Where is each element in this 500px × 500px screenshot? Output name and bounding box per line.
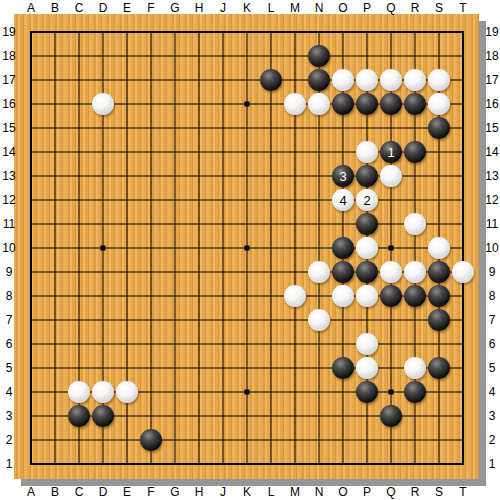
coordinate-bottom-C: C [69,485,89,499]
go-app-screen: AABBCCDDEEFFGGHHJJKKLLMMNNOOPPQQRRSSTT19… [0,0,500,500]
coordinate-left-8: 8 [0,289,18,303]
stone-black-N17[interactable] [308,69,330,91]
coordinate-right-11: 11 [483,217,500,231]
stone-black-O9[interactable] [332,261,354,283]
coordinate-top-M: M [285,1,305,15]
stone-black-Q16[interactable] [380,93,402,115]
coordinate-bottom-H: H [189,485,209,499]
coordinate-top-K: K [237,1,257,15]
coordinate-bottom-G: G [165,485,185,499]
stone-black-C3[interactable] [68,405,90,427]
coordinate-left-1: 1 [0,457,18,471]
stone-white-C4[interactable] [68,381,90,403]
stone-black-S5[interactable] [428,357,450,379]
stone-black-R16[interactable] [404,93,426,115]
stone-white-D4[interactable] [92,381,114,403]
stone-black-F2[interactable] [140,429,162,451]
coordinate-left-5: 5 [0,361,18,375]
coordinate-bottom-L: L [261,485,281,499]
coordinate-left-12: 12 [0,193,18,207]
coordinate-right-5: 5 [483,361,500,375]
coordinate-top-C: C [69,1,89,15]
coordinate-bottom-N: N [309,485,329,499]
coordinate-top-O: O [333,1,353,15]
stone-black-R8[interactable] [404,285,426,307]
stone-black-O13[interactable]: 3 [332,165,354,187]
stone-black-R14[interactable] [404,141,426,163]
coordinate-right-4: 4 [483,385,500,399]
stone-black-O5[interactable] [332,357,354,379]
coordinate-top-H: H [189,1,209,15]
stone-black-Q3[interactable] [380,405,402,427]
coordinate-top-L: L [261,1,281,15]
coordinate-left-16: 16 [0,97,18,111]
stone-white-M16[interactable] [284,93,306,115]
coordinate-right-1: 1 [483,457,500,471]
coordinate-top-T: T [453,1,473,15]
coordinate-bottom-J: J [213,485,233,499]
move-number-2: 2 [363,194,370,207]
coordinate-top-N: N [309,1,329,15]
coordinate-bottom-E: E [117,485,137,499]
stone-white-S17[interactable] [428,69,450,91]
coordinate-top-A: A [21,1,41,15]
coordinate-top-B: B [45,1,65,15]
stone-white-N16[interactable] [308,93,330,115]
stone-white-R5[interactable] [404,357,426,379]
coordinate-left-14: 14 [0,145,18,159]
coordinate-left-2: 2 [0,433,18,447]
move-number-4: 4 [339,194,346,207]
coordinate-top-D: D [93,1,113,15]
coordinate-right-8: 8 [483,289,500,303]
coordinate-left-6: 6 [0,337,18,351]
coordinate-bottom-A: A [21,485,41,499]
coordinate-left-10: 10 [0,241,18,255]
coordinate-bottom-B: B [45,485,65,499]
stone-black-P9[interactable] [356,261,378,283]
stone-white-O12[interactable]: 4 [332,189,354,211]
coordinate-left-15: 15 [0,121,18,135]
move-number-1: 1 [387,146,394,159]
coordinate-bottom-Q: Q [381,485,401,499]
stone-white-M8[interactable] [284,285,306,307]
stone-white-P5[interactable] [356,357,378,379]
coordinate-right-13: 13 [483,169,500,183]
stone-black-Q14[interactable]: 1 [380,141,402,163]
stone-black-S15[interactable] [428,117,450,139]
stone-black-S9[interactable] [428,261,450,283]
coordinate-bottom-P: P [357,485,377,499]
stone-black-N18[interactable] [308,45,330,67]
coordinate-right-12: 12 [483,193,500,207]
coordinate-right-19: 19 [483,25,500,39]
coordinate-left-7: 7 [0,313,18,327]
coordinate-left-11: 11 [0,217,18,231]
stone-white-R17[interactable] [404,69,426,91]
coordinate-right-6: 6 [483,337,500,351]
coordinate-right-18: 18 [483,49,500,63]
coordinate-right-9: 9 [483,265,500,279]
coordinate-right-14: 14 [483,145,500,159]
coordinate-bottom-T: T [453,485,473,499]
coordinate-top-Q: Q [381,1,401,15]
stone-white-P14[interactable] [356,141,378,163]
stone-white-P12[interactable]: 2 [356,189,378,211]
stone-white-D16[interactable] [92,93,114,115]
stone-black-P11[interactable] [356,213,378,235]
coordinate-left-19: 19 [0,25,18,39]
stone-white-P6[interactable] [356,333,378,355]
coordinate-right-3: 3 [483,409,500,423]
coordinate-top-S: S [429,1,449,15]
stone-white-Q9[interactable] [380,261,402,283]
stone-black-P16[interactable] [356,93,378,115]
stone-black-Q8[interactable] [380,285,402,307]
stone-white-S16[interactable] [428,93,450,115]
move-number-3: 3 [339,170,346,183]
stone-white-N7[interactable] [308,309,330,331]
stone-white-S10[interactable] [428,237,450,259]
stone-black-O10[interactable] [332,237,354,259]
stone-black-S7[interactable] [428,309,450,331]
stone-white-T9[interactable] [452,261,474,283]
coordinate-bottom-R: R [405,485,425,499]
coordinate-top-E: E [117,1,137,15]
coordinate-right-10: 10 [483,241,500,255]
stone-white-E4[interactable] [116,381,138,403]
coordinate-right-2: 2 [483,433,500,447]
coordinate-left-13: 13 [0,169,18,183]
stone-white-R9[interactable] [404,261,426,283]
stone-white-P17[interactable] [356,69,378,91]
coordinate-left-18: 18 [0,49,18,63]
stone-white-P10[interactable] [356,237,378,259]
stone-white-O8[interactable] [332,285,354,307]
coordinate-bottom-F: F [141,485,161,499]
coordinate-top-R: R [405,1,425,15]
coordinate-top-F: F [141,1,161,15]
stone-black-R4[interactable] [404,381,426,403]
stone-white-Q17[interactable] [380,69,402,91]
stone-black-S8[interactable] [428,285,450,307]
stone-black-D3[interactable] [92,405,114,427]
coordinate-left-3: 3 [0,409,18,423]
coordinate-left-9: 9 [0,265,18,279]
coordinate-right-7: 7 [483,313,500,327]
stone-black-O16[interactable] [332,93,354,115]
coordinate-bottom-M: M [285,485,305,499]
stone-white-P8[interactable] [356,285,378,307]
coordinate-right-16: 16 [483,97,500,111]
stone-black-L17[interactable] [260,69,282,91]
coordinate-right-17: 17 [483,73,500,87]
coordinate-right-15: 15 [483,121,500,135]
coordinate-bottom-O: O [333,485,353,499]
stone-white-R11[interactable] [404,213,426,235]
coordinate-top-G: G [165,1,185,15]
coordinate-top-P: P [357,1,377,15]
coordinate-left-17: 17 [0,73,18,87]
stone-white-N9[interactable] [308,261,330,283]
coordinate-bottom-S: S [429,485,449,499]
coordinate-top-J: J [213,1,233,15]
stone-black-P4[interactable] [356,381,378,403]
stone-black-P13[interactable] [356,165,378,187]
stone-white-Q13[interactable] [380,165,402,187]
coordinate-bottom-D: D [93,485,113,499]
coordinate-left-4: 4 [0,385,18,399]
coordinate-bottom-K: K [237,485,257,499]
stone-white-O17[interactable] [332,69,354,91]
